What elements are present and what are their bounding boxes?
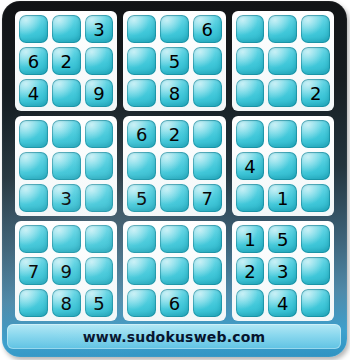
cell-r7c9[interactable]	[301, 225, 330, 253]
cell-r4c4[interactable]: 6	[127, 120, 156, 148]
cell-r8c3[interactable]	[85, 257, 114, 285]
cell-r4c8[interactable]	[268, 120, 297, 148]
sudoku-board-frame: 36249658236257417985615234 www.sudokuswe…	[2, 1, 347, 357]
cell-r3c6[interactable]	[193, 79, 222, 107]
cell-r5c4[interactable]	[127, 152, 156, 180]
box-6: 41	[232, 116, 334, 216]
cell-r9c5[interactable]: 6	[160, 289, 189, 317]
cell-r2c3[interactable]	[85, 47, 114, 75]
cell-r6c1[interactable]	[19, 184, 48, 212]
footer-band: www.sudokusweb.com	[7, 324, 341, 349]
cell-r8c2[interactable]: 9	[52, 257, 81, 285]
cell-r4c3[interactable]	[85, 120, 114, 148]
cell-r7c8[interactable]: 5	[268, 225, 297, 253]
cell-r4c1[interactable]	[19, 120, 48, 148]
cell-r5c3[interactable]	[85, 152, 114, 180]
cell-r7c6[interactable]	[193, 225, 222, 253]
cell-r9c7[interactable]	[236, 289, 265, 317]
cell-r5c2[interactable]	[52, 152, 81, 180]
cell-r6c5[interactable]	[160, 184, 189, 212]
cell-r3c4[interactable]	[127, 79, 156, 107]
cell-r3c7[interactable]	[236, 79, 265, 107]
cell-r6c9[interactable]	[301, 184, 330, 212]
cell-r1c2[interactable]	[52, 15, 81, 43]
box-3: 2	[232, 11, 334, 111]
cell-r3c9[interactable]: 2	[301, 79, 330, 107]
cell-r5c9[interactable]	[301, 152, 330, 180]
cell-r3c1[interactable]: 4	[19, 79, 48, 107]
cell-r9c6[interactable]	[193, 289, 222, 317]
cell-r8c1[interactable]: 7	[19, 257, 48, 285]
cell-r6c6[interactable]: 7	[193, 184, 222, 212]
cell-r5c1[interactable]	[19, 152, 48, 180]
box-4: 3	[15, 116, 117, 216]
cell-r2c6[interactable]	[193, 47, 222, 75]
cell-r4c5[interactable]: 2	[160, 120, 189, 148]
cell-r7c5[interactable]	[160, 225, 189, 253]
cell-r8c4[interactable]	[127, 257, 156, 285]
cell-r9c9[interactable]	[301, 289, 330, 317]
cell-r8c7[interactable]: 2	[236, 257, 265, 285]
cell-r9c2[interactable]: 8	[52, 289, 81, 317]
cell-r8c9[interactable]	[301, 257, 330, 285]
sudoku-page: 36249658236257417985615234 www.sudokuswe…	[0, 0, 350, 360]
cell-r1c3[interactable]: 3	[85, 15, 114, 43]
cell-r6c3[interactable]	[85, 184, 114, 212]
cell-r4c2[interactable]	[52, 120, 81, 148]
cell-r1c1[interactable]	[19, 15, 48, 43]
cell-r7c4[interactable]	[127, 225, 156, 253]
cell-r6c8[interactable]: 1	[268, 184, 297, 212]
cell-r3c5[interactable]: 8	[160, 79, 189, 107]
cell-r1c5[interactable]	[160, 15, 189, 43]
cell-r1c7[interactable]	[236, 15, 265, 43]
cell-r8c5[interactable]	[160, 257, 189, 285]
box-5: 6257	[123, 116, 225, 216]
cell-r7c2[interactable]	[52, 225, 81, 253]
box-8: 6	[123, 221, 225, 321]
cell-r9c8[interactable]: 4	[268, 289, 297, 317]
cell-r4c9[interactable]	[301, 120, 330, 148]
cell-r3c2[interactable]	[52, 79, 81, 107]
cell-r7c1[interactable]	[19, 225, 48, 253]
site-url: www.sudokusweb.com	[83, 329, 266, 345]
cell-r3c8[interactable]	[268, 79, 297, 107]
box-2: 658	[123, 11, 225, 111]
cell-r2c9[interactable]	[301, 47, 330, 75]
cell-r5c6[interactable]	[193, 152, 222, 180]
cell-r6c7[interactable]	[236, 184, 265, 212]
cell-r8c6[interactable]	[193, 257, 222, 285]
cell-r2c7[interactable]	[236, 47, 265, 75]
cell-r1c6[interactable]: 6	[193, 15, 222, 43]
cell-r1c8[interactable]	[268, 15, 297, 43]
cell-r9c4[interactable]	[127, 289, 156, 317]
cell-r1c9[interactable]	[301, 15, 330, 43]
cell-r5c7[interactable]: 4	[236, 152, 265, 180]
cell-r2c1[interactable]: 6	[19, 47, 48, 75]
cell-r7c7[interactable]: 1	[236, 225, 265, 253]
cell-r9c3[interactable]: 5	[85, 289, 114, 317]
cell-r2c2[interactable]: 2	[52, 47, 81, 75]
sudoku-grid: 36249658236257417985615234	[15, 11, 334, 321]
cell-r1c4[interactable]	[127, 15, 156, 43]
cell-r8c8[interactable]: 3	[268, 257, 297, 285]
cell-r4c6[interactable]	[193, 120, 222, 148]
cell-r5c8[interactable]	[268, 152, 297, 180]
box-9: 15234	[232, 221, 334, 321]
cell-r4c7[interactable]	[236, 120, 265, 148]
cell-r2c5[interactable]: 5	[160, 47, 189, 75]
box-7: 7985	[15, 221, 117, 321]
cell-r9c1[interactable]	[19, 289, 48, 317]
cell-r6c4[interactable]: 5	[127, 184, 156, 212]
cell-r2c8[interactable]	[268, 47, 297, 75]
cell-r5c5[interactable]	[160, 152, 189, 180]
cell-r6c2[interactable]: 3	[52, 184, 81, 212]
cell-r2c4[interactable]	[127, 47, 156, 75]
cell-r7c3[interactable]	[85, 225, 114, 253]
cell-r3c3[interactable]: 9	[85, 79, 114, 107]
box-1: 36249	[15, 11, 117, 111]
